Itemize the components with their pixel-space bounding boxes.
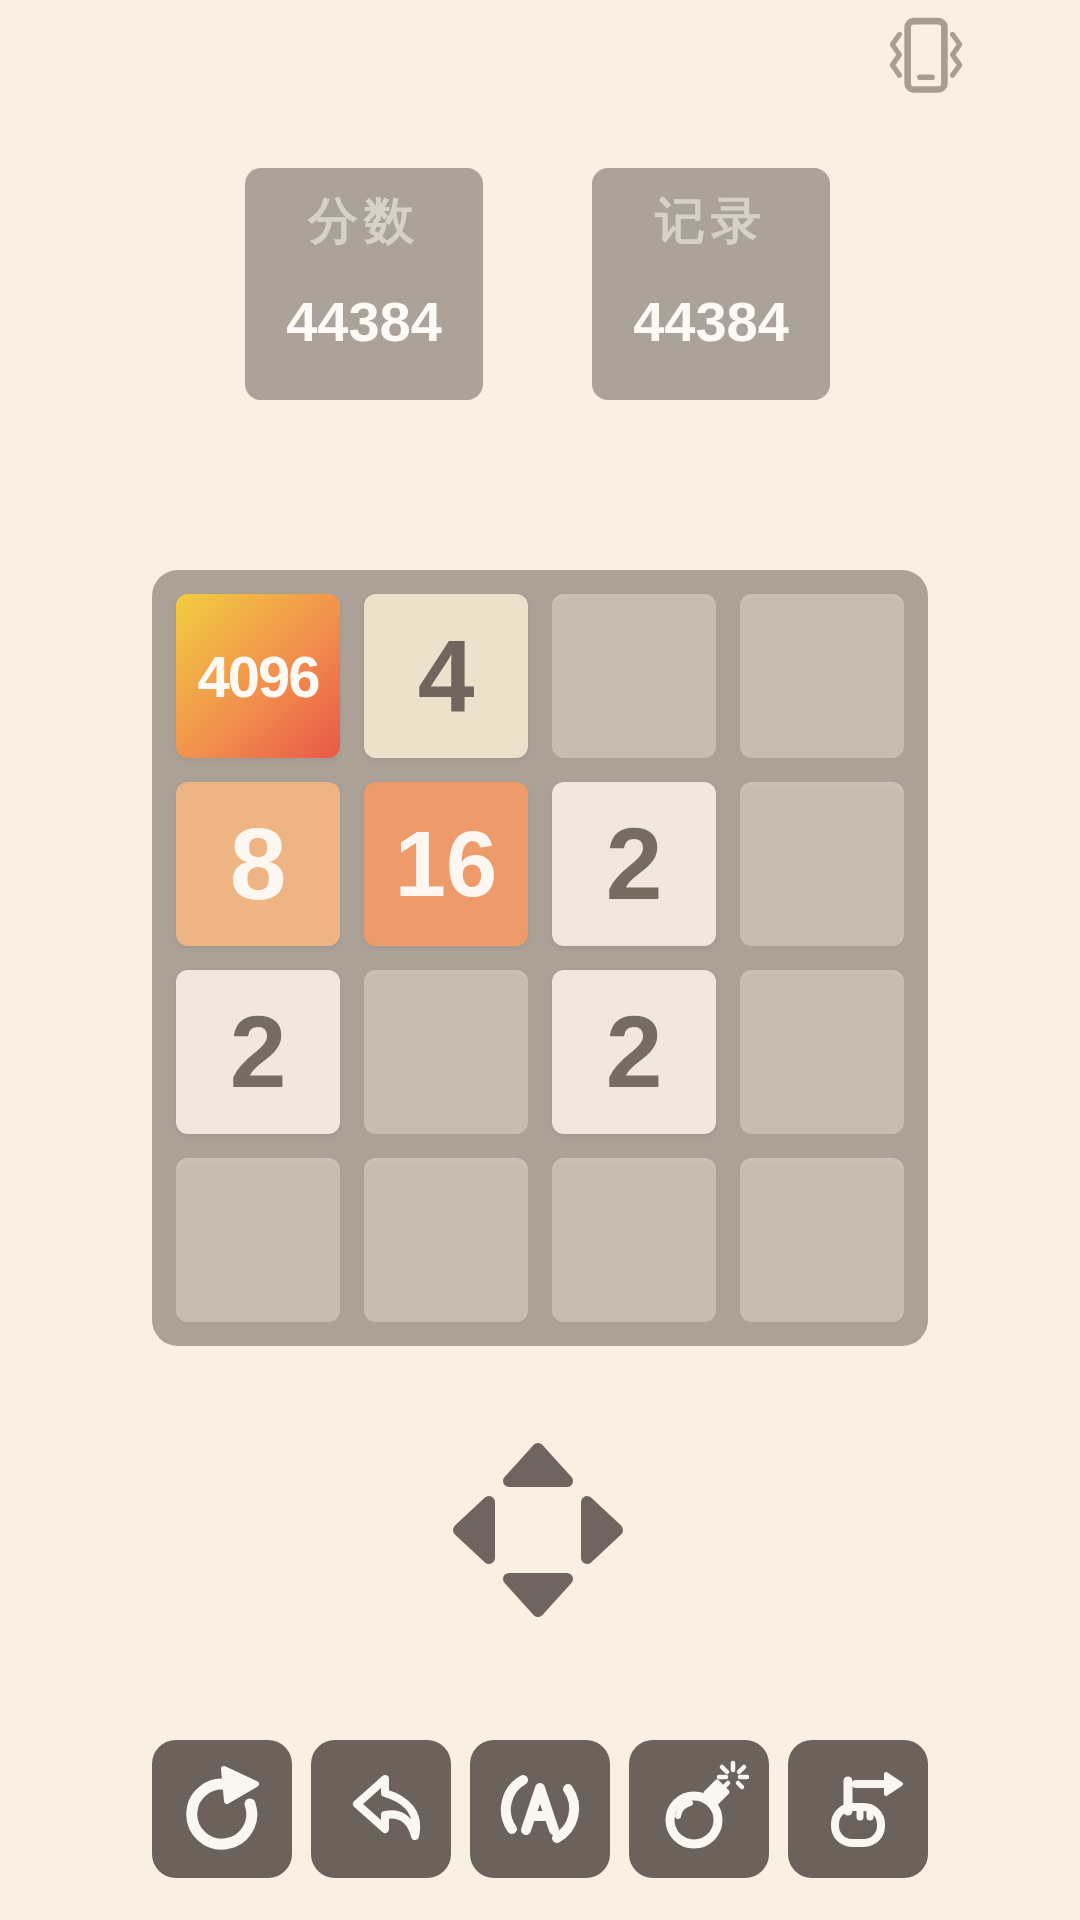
empty-cell-r4c2 [364,1158,528,1322]
empty-cell-r3c2 [364,970,528,1134]
dpad[interactable] [443,1435,633,1625]
score-value: 44384 [245,289,483,354]
board[interactable]: 40964816222 [152,570,928,1346]
tile-2-r2c3: 2 [552,782,716,946]
auto-play-button[interactable] [470,1740,610,1878]
score-label: 分数 [308,194,420,249]
best-box: 记录 44384 [592,168,830,400]
dpad-arrows-icon [443,1435,633,1625]
empty-cell-r2c4 [740,782,904,946]
tile-2-r3c1: 2 [176,970,340,1134]
bomb-button[interactable] [629,1740,769,1878]
empty-cell-r1c4 [740,594,904,758]
tile-2-r3c3: 2 [552,970,716,1134]
undo-arrow-icon [331,1759,431,1859]
empty-cell-r1c3 [552,594,716,758]
dpad-left-icon [459,1502,489,1558]
score-box: 分数 44384 [245,168,483,400]
undo-button[interactable] [311,1740,451,1878]
bomb-icon [649,1759,749,1859]
tile-4096-r1c1: 4096 [176,594,340,758]
empty-cell-r4c1 [176,1158,340,1322]
tile-8-r2c1: 8 [176,782,340,946]
best-label: 记录 [655,194,767,249]
dpad-up-icon [509,1449,567,1481]
phone-vibrate-icon [876,16,974,96]
empty-cell-r4c4 [740,1158,904,1322]
auto-play-icon [490,1759,590,1859]
tile-4-r1c2: 4 [364,594,528,758]
swipe-mode-button[interactable] [788,1740,928,1878]
empty-cell-r3c4 [740,970,904,1134]
restart-icon [172,1759,272,1859]
tile-16-r2c2: 16 [364,782,528,946]
score-row: 分数 44384 记录 44384 [0,168,1080,400]
swipe-hand-icon [808,1759,908,1859]
best-value: 44384 [592,289,830,354]
dpad-right-icon [587,1502,617,1558]
restart-button[interactable] [152,1740,292,1878]
vibrate-toggle[interactable] [876,16,974,96]
dpad-down-icon [509,1579,567,1611]
empty-cell-r4c3 [552,1158,716,1322]
